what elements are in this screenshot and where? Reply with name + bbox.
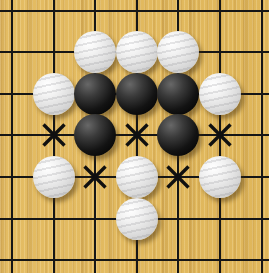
grid-line-vertical bbox=[261, 0, 263, 273]
grid-line-horizontal bbox=[0, 259, 269, 261]
white-stone[interactable] bbox=[33, 73, 75, 115]
white-stone[interactable] bbox=[157, 31, 199, 73]
black-stone[interactable] bbox=[157, 114, 199, 156]
white-stone[interactable] bbox=[116, 31, 158, 73]
liberty-mark-x-icon[interactable] bbox=[166, 165, 190, 189]
white-stone[interactable] bbox=[74, 31, 116, 73]
white-stone[interactable] bbox=[199, 73, 241, 115]
white-stone[interactable] bbox=[116, 198, 158, 240]
black-stone[interactable] bbox=[74, 114, 116, 156]
black-stone[interactable] bbox=[116, 73, 158, 115]
black-stone[interactable] bbox=[74, 73, 116, 115]
liberty-mark-x-icon[interactable] bbox=[83, 165, 107, 189]
grid-line-horizontal bbox=[0, 10, 269, 12]
white-stone[interactable] bbox=[33, 156, 75, 198]
liberty-mark-x-icon[interactable] bbox=[125, 123, 149, 147]
liberty-mark-x-icon[interactable] bbox=[208, 123, 232, 147]
grid-line-vertical bbox=[11, 0, 13, 273]
liberty-mark-x-icon[interactable] bbox=[42, 123, 66, 147]
go-board[interactable] bbox=[0, 0, 269, 273]
black-stone[interactable] bbox=[157, 73, 199, 115]
white-stone[interactable] bbox=[199, 156, 241, 198]
white-stone[interactable] bbox=[116, 156, 158, 198]
